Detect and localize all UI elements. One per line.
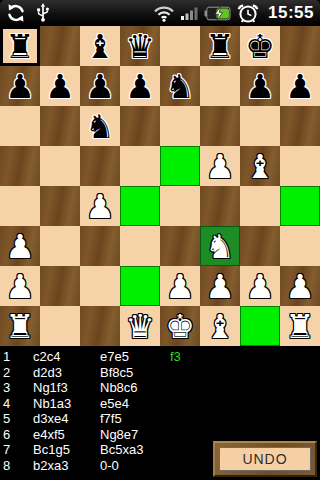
piece-black-n-c6: ♞ [80, 106, 120, 146]
pending-input [170, 396, 320, 412]
square-b5[interactable] [40, 146, 80, 186]
piece-white-p-f5: ♟ [200, 146, 240, 186]
square-h2[interactable]: ♟ [280, 266, 320, 306]
pending-input [170, 365, 320, 381]
piece-white-n-f3: ♞ [200, 226, 240, 266]
piece-white-p-a2: ♟ [0, 266, 40, 306]
square-f1[interactable]: ♝ [200, 306, 240, 346]
square-e3[interactable] [160, 226, 200, 266]
square-a2[interactable]: ♟ [0, 266, 40, 306]
black-move: Bc5xa3 [100, 442, 170, 458]
move-number: 6 [3, 427, 33, 443]
white-move: Nb1a3 [33, 396, 100, 412]
square-c8[interactable]: ♝ [80, 26, 120, 66]
square-c2[interactable] [80, 266, 120, 306]
move-number: 1 [3, 349, 33, 365]
square-a4[interactable] [0, 186, 40, 226]
piece-white-q-d1: ♛ [120, 306, 160, 346]
pending-input: f3 [170, 349, 320, 365]
piece-white-b-g5: ♝ [240, 146, 280, 186]
pending-input [170, 380, 320, 396]
square-d7[interactable]: ♟ [120, 66, 160, 106]
piece-black-p-h7: ♟ [280, 66, 320, 106]
piece-black-r-f8: ♜ [200, 26, 240, 66]
square-c1[interactable] [80, 306, 120, 346]
piece-white-b-f1: ♝ [200, 306, 240, 346]
move-number: 4 [3, 396, 33, 412]
white-move: d2d3 [33, 365, 100, 381]
square-h6[interactable] [280, 106, 320, 146]
black-move: e5e4 [100, 396, 170, 412]
status-bar-left [6, 3, 50, 23]
move-row-3: 3Ng1f3Nb8c6 [0, 380, 320, 396]
square-f4[interactable] [200, 186, 240, 226]
undo-button[interactable]: UNDO [213, 441, 317, 477]
black-move: Ng8e7 [100, 427, 170, 443]
pending-input [170, 411, 320, 427]
phone-screen: 15:55 ♜♝♛♜♚♟♟♟♟♞♟♟♞♟♝♟♟♞♟♟♟♟♟♜♛♚♝♜ 1c2c4… [0, 0, 320, 480]
piece-white-p-f2: ♟ [200, 266, 240, 306]
piece-white-p-c4: ♟ [80, 186, 120, 226]
square-b1[interactable] [40, 306, 80, 346]
square-g2[interactable]: ♟ [240, 266, 280, 306]
square-e8[interactable] [160, 26, 200, 66]
piece-white-r-a1: ♜ [0, 306, 40, 346]
square-g5[interactable]: ♝ [240, 146, 280, 186]
square-b3[interactable] [40, 226, 80, 266]
square-d6[interactable] [120, 106, 160, 146]
piece-white-p-a3: ♟ [0, 226, 40, 266]
square-g3[interactable] [240, 226, 280, 266]
move-number: 2 [3, 365, 33, 381]
move-number: 8 [3, 458, 33, 474]
square-f2[interactable]: ♟ [200, 266, 240, 306]
move-number: 5 [3, 411, 33, 427]
battery-charging-icon [204, 6, 231, 21]
square-f5[interactable]: ♟ [200, 146, 240, 186]
status-bar-right: 15:55 [153, 3, 314, 24]
square-h3[interactable] [280, 226, 320, 266]
square-e1[interactable]: ♚ [160, 306, 200, 346]
piece-black-p-g7: ♟ [240, 66, 280, 106]
white-move: e4xf5 [33, 427, 100, 443]
square-b2[interactable] [40, 266, 80, 306]
square-h5[interactable] [280, 146, 320, 186]
square-b7[interactable]: ♟ [40, 66, 80, 106]
sync-icon [6, 3, 26, 23]
square-a1[interactable]: ♜ [0, 306, 40, 346]
piece-white-k-e1: ♚ [160, 306, 200, 346]
piece-white-p-h2: ♟ [280, 266, 320, 306]
move-number: 3 [3, 380, 33, 396]
pending-input [170, 427, 320, 443]
square-a3[interactable]: ♟ [0, 226, 40, 266]
black-move: Nb8c6 [100, 380, 170, 396]
square-a5[interactable] [0, 146, 40, 186]
square-c7[interactable]: ♟ [80, 66, 120, 106]
square-e6[interactable] [160, 106, 200, 146]
status-bar: 15:55 [0, 0, 320, 26]
square-h8[interactable] [280, 26, 320, 66]
square-e4[interactable] [160, 186, 200, 226]
piece-black-b-c8: ♝ [80, 26, 120, 66]
white-move: Ng1f3 [33, 380, 100, 396]
move-row-4: 4Nb1a3e5e4 [0, 396, 320, 412]
piece-black-q-d8: ♛ [120, 26, 160, 66]
square-c3[interactable] [80, 226, 120, 266]
piece-black-p-a7: ♟ [0, 66, 40, 106]
black-move: Bf8c5 [100, 365, 170, 381]
white-move: d3xe4 [33, 411, 100, 427]
square-c5[interactable] [80, 146, 120, 186]
square-f8[interactable]: ♜ [200, 26, 240, 66]
square-h4[interactable] [280, 186, 320, 226]
move-row-5: 5d3xe4f7f5 [0, 411, 320, 427]
white-move: Bc1g5 [33, 442, 100, 458]
square-b6[interactable] [40, 106, 80, 146]
piece-black-r-a8: ♜ [0, 26, 40, 66]
square-d8[interactable]: ♛ [120, 26, 160, 66]
square-g7[interactable]: ♟ [240, 66, 280, 106]
move-row-1: 1c2c4e7e5f3 [0, 349, 320, 365]
square-g6[interactable] [240, 106, 280, 146]
move-number: 7 [3, 442, 33, 458]
square-d4[interactable] [120, 186, 160, 226]
chess-board: ♜♝♛♜♚♟♟♟♟♞♟♟♞♟♝♟♟♞♟♟♟♟♟♜♛♚♝♜ [0, 26, 320, 348]
wifi-icon [153, 5, 175, 22]
square-f7[interactable] [200, 66, 240, 106]
square-e2[interactable]: ♟ [160, 266, 200, 306]
move-row-2: 2d2d3Bf8c5 [0, 365, 320, 381]
black-move: e7e5 [100, 349, 170, 365]
piece-black-k-g8: ♚ [240, 26, 280, 66]
square-e5[interactable] [160, 146, 200, 186]
square-e7[interactable]: ♞ [160, 66, 200, 106]
usb-icon [36, 3, 50, 23]
white-move: b2xa3 [33, 458, 100, 474]
square-c4[interactable]: ♟ [80, 186, 120, 226]
signal-icon [181, 6, 198, 20]
piece-white-r-h1: ♜ [280, 306, 320, 346]
undo-button-label: UNDO [219, 447, 311, 471]
black-move: f7f5 [100, 411, 170, 427]
square-g8[interactable]: ♚ [240, 26, 280, 66]
piece-black-p-c7: ♟ [80, 66, 120, 106]
square-c6[interactable]: ♞ [80, 106, 120, 146]
square-d2[interactable] [120, 266, 160, 306]
alarm-clock-icon [237, 3, 259, 24]
square-f6[interactable] [200, 106, 240, 146]
square-a7[interactable]: ♟ [0, 66, 40, 106]
square-h7[interactable]: ♟ [280, 66, 320, 106]
piece-black-p-b7: ♟ [40, 66, 80, 106]
white-move: c2c4 [33, 349, 100, 365]
square-h1[interactable]: ♜ [280, 306, 320, 346]
square-d3[interactable] [120, 226, 160, 266]
square-d5[interactable] [120, 146, 160, 186]
move-row-6: 6e4xf5Ng8e7 [0, 427, 320, 443]
square-g1[interactable] [240, 306, 280, 346]
piece-black-n-e7: ♞ [160, 66, 200, 106]
square-b4[interactable] [40, 186, 80, 226]
piece-white-p-e2: ♟ [160, 266, 200, 306]
square-a8[interactable]: ♜ [0, 26, 40, 66]
piece-white-p-g2: ♟ [240, 266, 280, 306]
square-g4[interactable] [240, 186, 280, 226]
square-f3[interactable]: ♞ [200, 226, 240, 266]
square-b8[interactable] [40, 26, 80, 66]
square-a6[interactable] [0, 106, 40, 146]
clock-time: 15:55 [268, 3, 314, 23]
square-d1[interactable]: ♛ [120, 306, 160, 346]
piece-black-p-d7: ♟ [120, 66, 160, 106]
black-move: 0-0 [100, 458, 170, 474]
